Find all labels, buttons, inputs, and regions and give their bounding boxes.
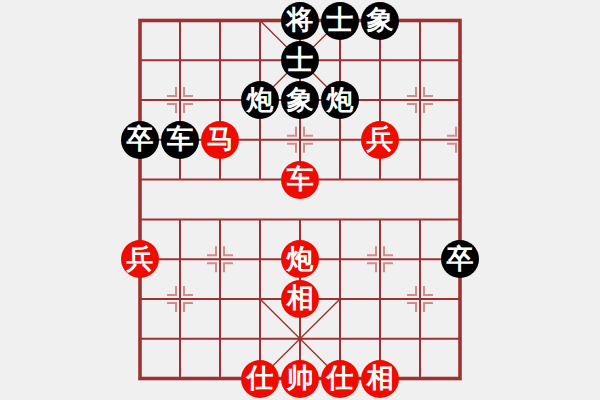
piece-red-cannon[interactable]: 炮 bbox=[281, 240, 319, 278]
piece-red-elephant[interactable]: 相 bbox=[281, 280, 319, 318]
piece-black-soldier[interactable]: 卒 bbox=[121, 121, 159, 159]
piece-black-advisor[interactable]: 士 bbox=[281, 41, 319, 79]
piece-black-elephant[interactable]: 象 bbox=[361, 2, 399, 40]
piece-red-soldier[interactable]: 兵 bbox=[361, 121, 399, 159]
piece-black-general[interactable]: 将 bbox=[281, 2, 319, 40]
piece-black-elephant[interactable]: 象 bbox=[281, 81, 319, 119]
piece-black-cannon[interactable]: 炮 bbox=[321, 81, 359, 119]
piece-black-cannon[interactable]: 炮 bbox=[241, 81, 279, 119]
piece-black-advisor[interactable]: 士 bbox=[321, 2, 359, 40]
pieces-layer: 将士象士炮象炮卒车马兵车兵炮卒相仕帅仕相 bbox=[0, 0, 600, 400]
piece-red-advisor[interactable]: 仕 bbox=[321, 360, 359, 398]
piece-red-soldier[interactable]: 兵 bbox=[121, 240, 159, 278]
piece-red-chariot[interactable]: 车 bbox=[281, 161, 319, 199]
piece-black-soldier[interactable]: 卒 bbox=[441, 240, 479, 278]
piece-red-advisor[interactable]: 仕 bbox=[241, 360, 279, 398]
piece-red-general[interactable]: 帅 bbox=[281, 360, 319, 398]
piece-red-horse[interactable]: 马 bbox=[201, 121, 239, 159]
piece-black-chariot[interactable]: 车 bbox=[161, 121, 199, 159]
xiangqi-board: 将士象士炮象炮卒车马兵车兵炮卒相仕帅仕相 bbox=[0, 0, 600, 400]
piece-red-elephant[interactable]: 相 bbox=[361, 360, 399, 398]
